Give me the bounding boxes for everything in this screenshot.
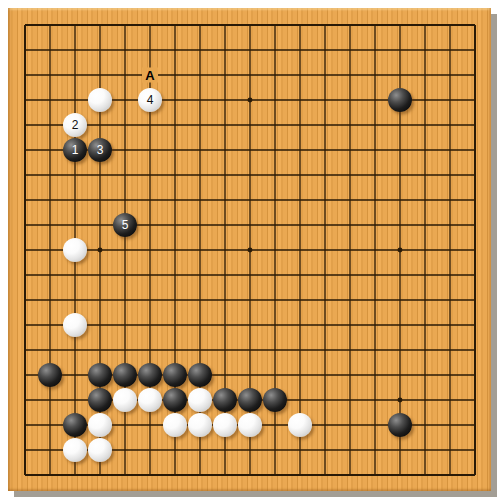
page-background: 42135A	[0, 0, 500, 500]
stone-white	[138, 388, 162, 412]
star-point	[98, 248, 103, 253]
stone-white	[88, 413, 112, 437]
stone-white	[63, 438, 87, 462]
stone-black-move-1: 1	[63, 138, 87, 162]
stone-black	[188, 363, 212, 387]
stone-black	[38, 363, 62, 387]
stone-white	[288, 413, 312, 437]
stone-white	[88, 438, 112, 462]
star-point	[248, 248, 253, 253]
stone-black	[138, 363, 162, 387]
stone-black-move-5: 5	[113, 213, 137, 237]
stone-white	[63, 238, 87, 262]
stone-black	[388, 88, 412, 112]
stone-white	[213, 413, 237, 437]
star-point	[398, 248, 403, 253]
star-point	[248, 98, 253, 103]
stone-black	[213, 388, 237, 412]
go-board[interactable]: 42135A	[8, 8, 491, 491]
stone-white	[113, 388, 137, 412]
stone-black	[163, 388, 187, 412]
stone-white	[188, 388, 212, 412]
stone-black	[163, 363, 187, 387]
stone-white	[88, 88, 112, 112]
stone-black	[388, 413, 412, 437]
stone-black	[63, 413, 87, 437]
stone-white	[163, 413, 187, 437]
stone-black	[113, 363, 137, 387]
stone-white	[188, 413, 212, 437]
star-point	[398, 398, 403, 403]
board-label-A: A	[142, 68, 158, 83]
stone-black	[263, 388, 287, 412]
stone-white-move-4: 4	[138, 88, 162, 112]
stone-black	[88, 363, 112, 387]
stone-white-move-2: 2	[63, 113, 87, 137]
stone-black	[238, 388, 262, 412]
stone-black	[88, 388, 112, 412]
stone-black-move-3: 3	[88, 138, 112, 162]
stone-white	[63, 313, 87, 337]
stone-white	[238, 413, 262, 437]
